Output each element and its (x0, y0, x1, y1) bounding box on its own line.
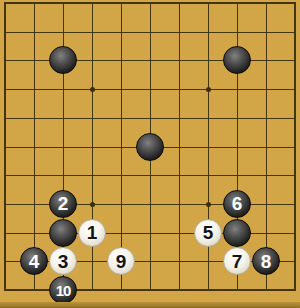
grid-line-horizontal (4, 204, 296, 205)
star-point (206, 87, 211, 92)
grid-line-horizontal (4, 289, 296, 291)
grid-line-horizontal (4, 175, 296, 176)
star-point (206, 202, 211, 207)
board-bottom-edge (0, 302, 300, 308)
stone-black-2: 2 (49, 190, 77, 218)
stone-black-setup (223, 46, 251, 74)
star-point (90, 87, 95, 92)
move-number: 1 (87, 223, 98, 242)
star-point (90, 202, 95, 207)
move-number: 6 (232, 194, 243, 213)
go-board[interactable]: 12345678910 (0, 0, 300, 308)
stone-white-5: 5 (194, 219, 222, 247)
stone-black-setup (136, 133, 164, 161)
move-number: 8 (261, 251, 272, 270)
grid-line-horizontal (4, 233, 296, 234)
move-number: 10 (56, 282, 71, 297)
stone-black-10: 10 (49, 276, 77, 304)
stone-white-7: 7 (223, 247, 251, 275)
stone-black-setup (49, 46, 77, 74)
move-number: 7 (232, 251, 243, 270)
stone-black-8: 8 (252, 247, 280, 275)
move-number: 5 (203, 223, 214, 242)
grid-line-vertical (208, 2, 209, 291)
move-number: 3 (58, 251, 69, 270)
stone-black-6: 6 (223, 190, 251, 218)
grid-line-vertical (294, 2, 296, 291)
move-number: 9 (116, 251, 127, 270)
go-diagram: 12345678910 (0, 0, 300, 308)
stone-white-3: 3 (49, 247, 77, 275)
move-number: 4 (29, 251, 40, 270)
grid-line-vertical (179, 2, 180, 291)
stone-black-4: 4 (20, 247, 48, 275)
move-number: 2 (58, 194, 69, 213)
stone-black-setup (49, 219, 77, 247)
stone-black-setup (223, 219, 251, 247)
stone-white-1: 1 (78, 219, 106, 247)
stone-white-9: 9 (107, 247, 135, 275)
